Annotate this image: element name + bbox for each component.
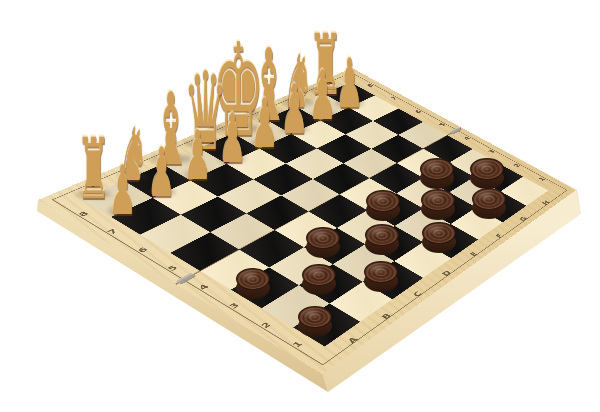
checker-a1[interactable]: [298, 306, 332, 337]
checker-top: [364, 261, 398, 283]
pawn-glyph: ♟: [108, 157, 136, 225]
checker-e3[interactable]: [366, 190, 400, 221]
checker-c1[interactable]: [364, 261, 398, 292]
chess-piece-pawn-a7[interactable]: ♟: [52, 157, 192, 225]
checker-d2[interactable]: [365, 224, 399, 255]
checker-top: [420, 158, 454, 180]
checker-top: [472, 188, 506, 210]
checker-top: [470, 158, 504, 180]
checker-top: [306, 227, 340, 249]
checker-c3[interactable]: [306, 227, 340, 258]
checker-g3[interactable]: [420, 158, 454, 189]
checker-top: [422, 222, 456, 244]
checker-a3[interactable]: [236, 268, 270, 299]
checker-b2[interactable]: [302, 264, 336, 295]
checker-top: [421, 189, 455, 211]
checker-f2[interactable]: [421, 189, 455, 220]
product-photo-stage: 1122334455667788AABBCCDDEEFFGGHH ♜♞♟♝♟♚♟…: [0, 0, 600, 412]
checker-e1[interactable]: [422, 222, 456, 253]
checker-g1[interactable]: [472, 188, 506, 219]
checker-top: [298, 306, 332, 328]
checker-h2[interactable]: [470, 158, 504, 189]
